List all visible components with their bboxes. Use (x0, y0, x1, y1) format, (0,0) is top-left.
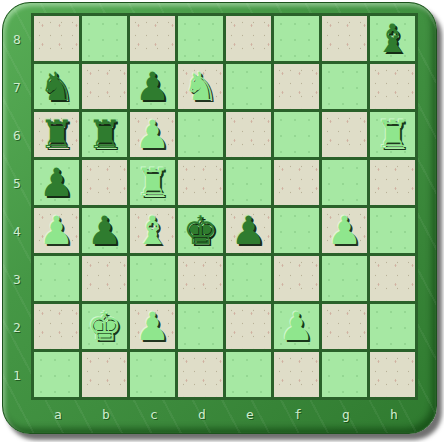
square-g8[interactable] (322, 16, 367, 61)
square-e3[interactable] (226, 256, 271, 301)
square-d2[interactable] (178, 304, 223, 349)
square-b1[interactable] (82, 352, 127, 397)
square-f2[interactable]: ♟ (274, 304, 319, 349)
square-e6[interactable] (226, 112, 271, 157)
square-g6[interactable] (322, 112, 367, 157)
square-a3[interactable] (34, 256, 79, 301)
square-g3[interactable] (322, 256, 367, 301)
square-f8[interactable] (274, 16, 319, 61)
piece-black-pawn[interactable]: ♟ (135, 64, 170, 109)
square-b8[interactable] (82, 16, 127, 61)
square-h5[interactable] (370, 160, 415, 205)
chess-board: ♝♞♟♞♜♜♟♜♟♜♟♟♝♚♟♟♚♟♟ (31, 13, 418, 400)
rank-label-4: 4 (7, 208, 27, 256)
file-labels: abcdefgh (34, 402, 418, 428)
rank-label-7: 7 (7, 64, 27, 112)
square-c1[interactable] (130, 352, 175, 397)
square-e5[interactable] (226, 160, 271, 205)
square-e1[interactable] (226, 352, 271, 397)
square-c8[interactable] (130, 16, 175, 61)
piece-black-king[interactable]: ♚ (183, 208, 218, 253)
square-c6[interactable]: ♟ (130, 112, 175, 157)
square-c4[interactable]: ♝ (130, 208, 175, 253)
square-b4[interactable]: ♟ (82, 208, 127, 253)
square-c7[interactable]: ♟ (130, 64, 175, 109)
square-b7[interactable] (82, 64, 127, 109)
piece-white-pawn[interactable]: ♟ (279, 304, 314, 349)
square-e8[interactable] (226, 16, 271, 61)
file-label-a: a (34, 402, 82, 428)
square-g5[interactable] (322, 160, 367, 205)
square-a8[interactable] (34, 16, 79, 61)
square-h7[interactable] (370, 64, 415, 109)
square-d8[interactable] (178, 16, 223, 61)
square-g7[interactable] (322, 64, 367, 109)
square-c5[interactable]: ♜ (130, 160, 175, 205)
piece-white-bishop[interactable]: ♝ (135, 208, 170, 253)
square-h2[interactable] (370, 304, 415, 349)
square-d7[interactable]: ♞ (178, 64, 223, 109)
square-h4[interactable] (370, 208, 415, 253)
square-c3[interactable] (130, 256, 175, 301)
piece-white-rook[interactable]: ♜ (135, 160, 170, 205)
square-a2[interactable] (34, 304, 79, 349)
square-f1[interactable] (274, 352, 319, 397)
square-a1[interactable] (34, 352, 79, 397)
square-f3[interactable] (274, 256, 319, 301)
piece-black-rook[interactable]: ♜ (87, 112, 122, 157)
piece-white-pawn[interactable]: ♟ (135, 112, 170, 157)
piece-white-pawn[interactable]: ♟ (327, 208, 362, 253)
file-label-e: e (226, 402, 274, 428)
piece-white-pawn[interactable]: ♟ (135, 304, 170, 349)
square-b6[interactable]: ♜ (82, 112, 127, 157)
square-e7[interactable] (226, 64, 271, 109)
square-d3[interactable] (178, 256, 223, 301)
piece-white-king[interactable]: ♚ (87, 304, 122, 349)
square-h3[interactable] (370, 256, 415, 301)
file-label-b: b (82, 402, 130, 428)
rank-label-5: 5 (7, 160, 27, 208)
piece-black-pawn[interactable]: ♟ (231, 208, 266, 253)
file-label-c: c (130, 402, 178, 428)
square-f4[interactable] (274, 208, 319, 253)
chessboard-window: ♝♞♟♞♜♜♟♜♟♜♟♟♝♚♟♟♚♟♟ 87654321 abcdefgh (0, 0, 444, 442)
square-b5[interactable] (82, 160, 127, 205)
square-c2[interactable]: ♟ (130, 304, 175, 349)
square-g1[interactable] (322, 352, 367, 397)
rank-label-3: 3 (7, 256, 27, 304)
rank-label-1: 1 (7, 352, 27, 400)
rank-label-6: 6 (7, 112, 27, 160)
square-e4[interactable]: ♟ (226, 208, 271, 253)
square-f7[interactable] (274, 64, 319, 109)
file-label-f: f (274, 402, 322, 428)
piece-black-bishop[interactable]: ♝ (375, 16, 410, 61)
piece-black-knight[interactable]: ♞ (39, 64, 74, 109)
square-a4[interactable]: ♟ (34, 208, 79, 253)
square-b3[interactable] (82, 256, 127, 301)
rank-label-2: 2 (7, 304, 27, 352)
file-label-d: d (178, 402, 226, 428)
square-d5[interactable] (178, 160, 223, 205)
rank-label-8: 8 (7, 16, 27, 64)
square-h8[interactable]: ♝ (370, 16, 415, 61)
square-g4[interactable]: ♟ (322, 208, 367, 253)
file-label-h: h (370, 402, 418, 428)
square-a7[interactable]: ♞ (34, 64, 79, 109)
square-a6[interactable]: ♜ (34, 112, 79, 157)
square-d1[interactable] (178, 352, 223, 397)
square-a5[interactable]: ♟ (34, 160, 79, 205)
piece-black-pawn[interactable]: ♟ (39, 160, 74, 205)
square-d4[interactable]: ♚ (178, 208, 223, 253)
square-f6[interactable] (274, 112, 319, 157)
square-e2[interactable] (226, 304, 271, 349)
file-label-g: g (322, 402, 370, 428)
square-h6[interactable]: ♜ (370, 112, 415, 157)
piece-white-pawn[interactable]: ♟ (39, 208, 74, 253)
square-d6[interactable] (178, 112, 223, 157)
piece-white-rook[interactable]: ♜ (375, 112, 410, 157)
piece-white-knight[interactable]: ♞ (183, 64, 218, 109)
square-g2[interactable] (322, 304, 367, 349)
rank-labels: 87654321 (7, 16, 27, 400)
piece-black-pawn[interactable]: ♟ (87, 208, 122, 253)
square-h1[interactable] (370, 352, 415, 397)
piece-black-rook[interactable]: ♜ (39, 112, 74, 157)
square-f5[interactable] (274, 160, 319, 205)
square-b2[interactable]: ♚ (82, 304, 127, 349)
